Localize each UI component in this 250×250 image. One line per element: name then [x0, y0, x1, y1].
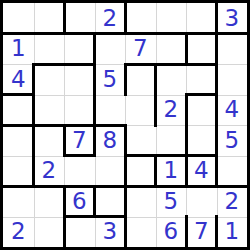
- cell-digit: 4: [194, 159, 209, 182]
- region-border-vertical: [215, 215, 218, 247]
- region-border-horizontal: [32, 32, 66, 35]
- region-border-vertical: [215, 3, 218, 35]
- grid-cell[interactable]: [125, 3, 156, 34]
- region-border-horizontal: [93, 32, 127, 35]
- region-border-horizontal: [154, 63, 188, 66]
- region-border-vertical: [215, 63, 218, 97]
- region-border-vertical: [63, 215, 66, 247]
- region-border-vertical: [185, 93, 188, 127]
- grid-cell[interactable]: 4: [186, 156, 217, 187]
- region-border-horizontal: [63, 154, 97, 157]
- grid-cell[interactable]: [3, 156, 34, 187]
- grid-cell[interactable]: [125, 186, 156, 217]
- region-border-horizontal: [185, 32, 219, 35]
- region-border-horizontal: [3, 124, 35, 127]
- grid-cell[interactable]: [125, 125, 156, 156]
- grid-cell[interactable]: 3: [95, 217, 126, 248]
- grid-cell[interactable]: 6: [64, 186, 95, 217]
- grid-cell[interactable]: [156, 34, 187, 65]
- region-border-vertical: [63, 185, 66, 219]
- region-border-vertical: [93, 93, 96, 127]
- region-border-horizontal: [3, 32, 35, 35]
- cell-digit: 3: [224, 7, 239, 30]
- puzzle-screenshot: 2317452478521465223671: [0, 0, 250, 250]
- grid-cell[interactable]: [3, 125, 34, 156]
- grid-cell[interactable]: 3: [217, 3, 248, 34]
- grid-cell[interactable]: [156, 64, 187, 95]
- region-border-vertical: [93, 32, 96, 66]
- region-border-horizontal: [185, 185, 219, 188]
- cell-digit: 5: [224, 129, 239, 152]
- grid-cell[interactable]: [64, 156, 95, 187]
- cell-digit: 6: [72, 190, 87, 213]
- region-border-horizontal: [63, 215, 97, 218]
- region-border-horizontal: [3, 185, 35, 188]
- grid-cell[interactable]: [156, 3, 187, 34]
- region-border-horizontal: [93, 215, 127, 218]
- cell-digit: 2: [41, 159, 56, 182]
- grid-cell[interactable]: [34, 186, 65, 217]
- grid-cell[interactable]: [34, 34, 65, 65]
- grid-cell[interactable]: [95, 95, 126, 126]
- region-border-vertical: [154, 63, 157, 97]
- grid-cell[interactable]: [186, 186, 217, 217]
- grid-cell[interactable]: [64, 95, 95, 126]
- grid-cell[interactable]: 4: [217, 95, 248, 126]
- region-border-horizontal: [63, 63, 97, 66]
- grid-cell[interactable]: 5: [156, 186, 187, 217]
- region-border-horizontal: [124, 154, 158, 157]
- region-border-vertical: [32, 124, 35, 158]
- region-border-vertical: [93, 185, 96, 219]
- grid-cell[interactable]: [34, 95, 65, 126]
- cell-digit: 2: [11, 220, 26, 243]
- cell-digit: 4: [11, 68, 26, 91]
- region-border-horizontal: [32, 185, 66, 188]
- grid-cell[interactable]: 5: [95, 64, 126, 95]
- cell-digit: 2: [102, 7, 117, 30]
- grid-cell[interactable]: [3, 95, 34, 126]
- grid-cell[interactable]: [95, 156, 126, 187]
- grid-cell[interactable]: [125, 217, 156, 248]
- region-border-horizontal: [93, 124, 127, 127]
- grid-cell[interactable]: 2: [95, 3, 126, 34]
- grid-cell[interactable]: [217, 156, 248, 187]
- cell-digit: 3: [102, 220, 117, 243]
- cell-digit: 7: [133, 37, 148, 60]
- grid-cell[interactable]: 4: [3, 64, 34, 95]
- cell-digit: 2: [224, 190, 239, 213]
- grid-cell[interactable]: [186, 3, 217, 34]
- cell-digit: 7: [194, 220, 209, 243]
- grid-cell[interactable]: [217, 64, 248, 95]
- grid-cell[interactable]: [186, 95, 217, 126]
- grid-cell[interactable]: [186, 125, 217, 156]
- region-border-horizontal: [185, 93, 219, 96]
- region-border-vertical: [124, 124, 127, 158]
- region-border-vertical: [63, 3, 66, 35]
- region-border-horizontal: [124, 63, 158, 66]
- grid-cell[interactable]: [186, 64, 217, 95]
- grid-cell[interactable]: 2: [217, 186, 248, 217]
- grid-cell[interactable]: 1: [156, 156, 187, 187]
- cell-digit: 6: [163, 220, 178, 243]
- region-border-horizontal: [93, 185, 127, 188]
- region-border-vertical: [185, 215, 188, 247]
- region-border-vertical: [63, 124, 66, 158]
- region-border-horizontal: [154, 32, 188, 35]
- region-border-vertical: [124, 3, 127, 35]
- region-border-horizontal: [63, 124, 97, 127]
- grid-cell[interactable]: 2: [3, 217, 34, 248]
- region-border-horizontal: [124, 185, 158, 188]
- grid-cell[interactable]: [186, 34, 217, 65]
- grid-cell[interactable]: [64, 217, 95, 248]
- grid-cell[interactable]: 1: [3, 34, 34, 65]
- grid-cell[interactable]: [3, 186, 34, 217]
- puzzle-board: 2317452478521465223671: [0, 0, 250, 250]
- grid-cell[interactable]: 8: [95, 125, 126, 156]
- cell-digit: 1: [224, 220, 239, 243]
- grid-cell[interactable]: [34, 125, 65, 156]
- region-border-vertical: [124, 185, 127, 219]
- region-border-vertical: [93, 124, 96, 158]
- region-border-horizontal: [32, 63, 66, 66]
- grid-cell[interactable]: [95, 186, 126, 217]
- region-border-vertical: [215, 32, 218, 66]
- region-border-horizontal: [185, 154, 219, 157]
- region-border-horizontal: [154, 185, 188, 188]
- cell-digit: 8: [102, 129, 117, 152]
- grid-cell[interactable]: 2: [34, 156, 65, 187]
- grid-cell[interactable]: [125, 156, 156, 187]
- grid-cell[interactable]: [34, 64, 65, 95]
- region-border-horizontal: [185, 63, 219, 66]
- cell-digit: 5: [163, 190, 178, 213]
- cell-digit: 1: [11, 37, 26, 60]
- region-border-vertical: [215, 93, 218, 127]
- region-border-horizontal: [154, 154, 188, 157]
- region-border-vertical: [124, 215, 127, 247]
- cell-digit: 7: [72, 129, 87, 152]
- region-border-vertical: [154, 93, 157, 127]
- grid-cell[interactable]: [125, 64, 156, 95]
- cell-digit: 5: [102, 68, 117, 91]
- region-border-horizontal: [3, 93, 35, 96]
- region-border-vertical: [154, 154, 157, 188]
- cell-digit: 2: [163, 98, 178, 121]
- grid-cell[interactable]: [156, 125, 187, 156]
- region-border-horizontal: [63, 32, 97, 35]
- region-border-horizontal: [124, 32, 158, 35]
- grid-cell[interactable]: 2: [156, 95, 187, 126]
- region-border-vertical: [215, 124, 218, 158]
- grid-cell[interactable]: [64, 3, 95, 34]
- region-border-horizontal: [215, 32, 247, 35]
- grid-cell[interactable]: [125, 95, 156, 126]
- region-border-vertical: [185, 124, 188, 158]
- region-border-vertical: [32, 63, 35, 97]
- cell-digit: 4: [224, 98, 239, 121]
- region-border-vertical: [185, 154, 188, 188]
- region-border-horizontal: [32, 124, 66, 127]
- region-border-vertical: [93, 63, 96, 97]
- grid-cell[interactable]: [217, 34, 248, 65]
- grid-cell[interactable]: [95, 34, 126, 65]
- grid-cell[interactable]: [34, 3, 65, 34]
- region-border-vertical: [124, 154, 127, 188]
- region-border-vertical: [124, 63, 127, 97]
- grid-cell[interactable]: 5: [217, 125, 248, 156]
- region-border-vertical: [32, 93, 35, 127]
- cell-digit: 1: [163, 159, 178, 182]
- grid-cell[interactable]: [3, 3, 34, 34]
- region-border-horizontal: [215, 185, 247, 188]
- region-border-vertical: [32, 154, 35, 188]
- grid-cell[interactable]: 7: [186, 217, 217, 248]
- grid-cell[interactable]: 7: [64, 125, 95, 156]
- grid-cell[interactable]: [64, 64, 95, 95]
- region-border-vertical: [185, 32, 188, 66]
- grid-cell[interactable]: [34, 217, 65, 248]
- grid-cell[interactable]: [64, 34, 95, 65]
- grid-cell[interactable]: 1: [217, 217, 248, 248]
- region-border-horizontal: [63, 185, 97, 188]
- region-border-vertical: [215, 154, 218, 188]
- grid-cell[interactable]: 6: [156, 217, 187, 248]
- grid-cell[interactable]: 7: [125, 34, 156, 65]
